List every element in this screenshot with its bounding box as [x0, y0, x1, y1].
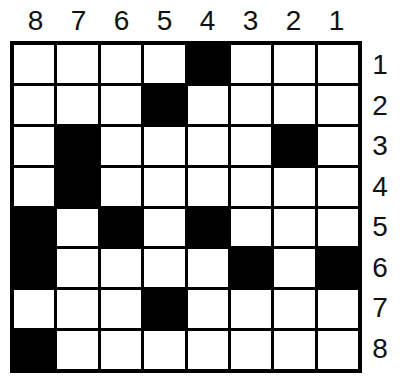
cell-row3-col4-white[interactable]: [188, 127, 228, 165]
cell-row4-col3-white[interactable]: [231, 168, 271, 206]
cell-row4-col5-white[interactable]: [144, 168, 184, 206]
cell-row5-col1-white[interactable]: [318, 209, 358, 247]
cell-row4-col8-white[interactable]: [14, 168, 54, 206]
cell-row7-col1-white[interactable]: [318, 290, 358, 328]
cell-row7-col4-white[interactable]: [188, 290, 228, 328]
cell-row6-col7-white[interactable]: [57, 249, 97, 287]
cell-row6-col8-black[interactable]: [14, 249, 54, 287]
cell-row6-col6-white[interactable]: [101, 249, 141, 287]
cell-row5-col8-black[interactable]: [14, 209, 54, 247]
cell-row5-col5-white[interactable]: [144, 209, 184, 247]
column-label-2: 2: [272, 4, 315, 38]
cell-row5-col6-black[interactable]: [101, 209, 141, 247]
column-label-6: 6: [100, 4, 143, 38]
cell-row6-col2-white[interactable]: [274, 249, 314, 287]
row-label-6: 6: [362, 248, 398, 289]
cell-row8-col3-white[interactable]: [231, 331, 271, 369]
cell-row2-col2-white[interactable]: [274, 86, 314, 124]
cell-row1-col6-white[interactable]: [101, 45, 141, 83]
cell-row4-col7-black[interactable]: [57, 168, 97, 206]
cell-row3-col5-white[interactable]: [144, 127, 184, 165]
cell-row8-col1-white[interactable]: [318, 331, 358, 369]
row-labels: 12345678: [362, 45, 398, 369]
cell-row5-col7-white[interactable]: [57, 209, 97, 247]
cell-row7-col7-white[interactable]: [57, 290, 97, 328]
cell-row7-col3-white[interactable]: [231, 290, 271, 328]
cell-row3-col2-black[interactable]: [274, 127, 314, 165]
row-label-1: 1: [362, 45, 398, 86]
cell-row6-col5-white[interactable]: [144, 249, 184, 287]
row-label-3: 3: [362, 126, 398, 167]
cell-row2-col3-white[interactable]: [231, 86, 271, 124]
cell-row1-col7-white[interactable]: [57, 45, 97, 83]
column-label-3: 3: [229, 4, 272, 38]
cell-row8-col4-white[interactable]: [188, 331, 228, 369]
cell-row1-col1-white[interactable]: [318, 45, 358, 83]
column-label-5: 5: [143, 4, 186, 38]
cell-row8-col8-black[interactable]: [14, 331, 54, 369]
cell-row2-col7-white[interactable]: [57, 86, 97, 124]
cell-row1-col5-white[interactable]: [144, 45, 184, 83]
cell-row3-col7-black[interactable]: [57, 127, 97, 165]
cell-row7-col2-white[interactable]: [274, 290, 314, 328]
column-labels: 87654321: [14, 4, 358, 38]
cell-row8-col2-white[interactable]: [274, 331, 314, 369]
cell-row8-col7-white[interactable]: [57, 331, 97, 369]
column-label-1: 1: [315, 4, 358, 38]
row-label-4: 4: [362, 167, 398, 208]
cell-row8-col6-white[interactable]: [101, 331, 141, 369]
cell-row4-col2-white[interactable]: [274, 168, 314, 206]
cell-row2-col8-white[interactable]: [14, 86, 54, 124]
row-label-8: 8: [362, 329, 398, 370]
cell-row1-col8-white[interactable]: [14, 45, 54, 83]
cell-row2-col1-white[interactable]: [318, 86, 358, 124]
cell-row4-col1-white[interactable]: [318, 168, 358, 206]
cell-row6-col1-black[interactable]: [318, 249, 358, 287]
row-label-2: 2: [362, 86, 398, 127]
cell-row2-col5-black[interactable]: [144, 86, 184, 124]
cell-row6-col4-white[interactable]: [188, 249, 228, 287]
cell-row7-col6-white[interactable]: [101, 290, 141, 328]
cell-row5-col2-white[interactable]: [274, 209, 314, 247]
cell-row2-col4-white[interactable]: [188, 86, 228, 124]
cell-row4-col4-white[interactable]: [188, 168, 228, 206]
cell-row3-col3-white[interactable]: [231, 127, 271, 165]
column-label-7: 7: [57, 4, 100, 38]
cell-row1-col2-white[interactable]: [274, 45, 314, 83]
cell-row7-col5-black[interactable]: [144, 290, 184, 328]
cell-row7-col8-white[interactable]: [14, 290, 54, 328]
row-label-5: 5: [362, 207, 398, 248]
cell-row3-col8-white[interactable]: [14, 127, 54, 165]
cell-row1-col3-white[interactable]: [231, 45, 271, 83]
puzzle-board: [10, 41, 362, 373]
puzzle-diagram: 87654321 12345678: [0, 0, 400, 382]
row-label-7: 7: [362, 288, 398, 329]
column-label-8: 8: [14, 4, 57, 38]
cell-row8-col5-white[interactable]: [144, 331, 184, 369]
cell-row4-col6-white[interactable]: [101, 168, 141, 206]
cell-row1-col4-black[interactable]: [188, 45, 228, 83]
cell-row2-col6-white[interactable]: [101, 86, 141, 124]
cell-row6-col3-black[interactable]: [231, 249, 271, 287]
cell-row5-col4-black[interactable]: [188, 209, 228, 247]
cell-row3-col6-white[interactable]: [101, 127, 141, 165]
column-label-4: 4: [186, 4, 229, 38]
cell-row5-col3-white[interactable]: [231, 209, 271, 247]
cell-row3-col1-white[interactable]: [318, 127, 358, 165]
